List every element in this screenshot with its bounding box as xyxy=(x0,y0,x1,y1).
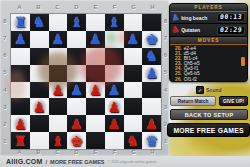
square-h2[interactable]: ♟ xyxy=(142,115,161,132)
blue-pawn-f4[interactable]: ♟ xyxy=(105,82,124,99)
square-c8[interactable] xyxy=(49,14,68,31)
square-e8[interactable] xyxy=(86,14,105,31)
square-d1[interactable]: ♚ xyxy=(67,132,86,149)
blue-pawn-d4[interactable]: ♟ xyxy=(67,82,86,99)
square-e7[interactable]: ♟ xyxy=(86,31,105,48)
chess-game-app: ♜♞♝♝♟♟♟♟♚♞♟♟♟♟♟♟♟♟♟♟♟♜♝♚♞♛ AABBCCDDEEFFG… xyxy=(0,0,250,167)
rank-right-7: 7 xyxy=(162,30,169,47)
square-c5[interactable] xyxy=(49,65,68,82)
square-b1[interactable] xyxy=(30,132,49,149)
rank-right-3: 3 xyxy=(162,99,169,116)
square-g7[interactable]: ♟ xyxy=(124,31,143,48)
rank-left-1: 1 xyxy=(0,133,10,150)
square-g3[interactable] xyxy=(124,98,143,115)
file-top-g: G xyxy=(124,3,143,12)
file-bottom-e: E xyxy=(86,149,105,156)
square-f4[interactable]: ♟ xyxy=(105,82,124,99)
file-top-b: B xyxy=(29,3,48,12)
file-bottom-b: B xyxy=(29,149,48,156)
more-free-games-button[interactable]: MORE FREE GAMES xyxy=(167,123,250,137)
red-pawn-f3[interactable]: ♟ xyxy=(105,98,124,115)
file-top-e: E xyxy=(86,3,105,12)
square-b8[interactable]: ♞ xyxy=(30,14,49,31)
square-a6[interactable] xyxy=(11,48,30,65)
square-g1[interactable]: ♞ xyxy=(124,132,143,149)
player-name-red: Qutaten xyxy=(181,27,215,33)
blue-bishop-f8[interactable]: ♝ xyxy=(105,14,124,31)
red-piece-icon: ♟ xyxy=(171,25,180,34)
file-bottom-g: G xyxy=(124,149,143,156)
square-h3[interactable] xyxy=(142,98,161,115)
square-b6[interactable] xyxy=(30,48,49,65)
square-a2[interactable]: ♟ xyxy=(11,115,30,132)
moves-header: MOVES xyxy=(170,37,247,45)
file-bottom-a: A xyxy=(10,149,29,156)
red-pawn-e4[interactable]: ♟ xyxy=(86,82,105,99)
square-g8[interactable] xyxy=(124,14,143,31)
square-f1[interactable] xyxy=(105,132,124,149)
players-header: PLAYERS xyxy=(170,4,247,12)
blue-rook-a8[interactable]: ♜ xyxy=(11,14,30,31)
square-d7[interactable] xyxy=(67,31,86,48)
square-c1[interactable]: ♝ xyxy=(49,132,68,149)
player-row-blue: ♟ king beach 00:13 xyxy=(170,12,247,24)
rank-right-8: 8 xyxy=(162,13,169,30)
square-d6[interactable] xyxy=(67,48,86,65)
moves-list[interactable]: 20.e2-e421.d5-d422.Bf1-c423.Qh5-e524.Qe3… xyxy=(170,45,247,82)
footer-separator: / xyxy=(45,159,47,165)
square-e4[interactable]: ♟ xyxy=(86,82,105,99)
red-knight-g1[interactable]: ♞ xyxy=(124,132,143,149)
square-g4[interactable] xyxy=(124,82,143,99)
rank-left-3: 3 xyxy=(0,99,10,116)
red-pawn-c4[interactable]: ♟ xyxy=(49,82,68,99)
square-f5[interactable] xyxy=(105,65,124,82)
file-bottom-h: H xyxy=(143,149,162,156)
site-logo[interactable]: AIIIG.COM xyxy=(6,158,42,165)
red-pawn-h2[interactable]: ♟ xyxy=(142,115,161,132)
square-b3[interactable]: ♟ xyxy=(30,98,49,115)
square-a3[interactable] xyxy=(11,98,30,115)
red-rook-a1[interactable]: ♜ xyxy=(11,132,30,149)
square-c4[interactable]: ♟ xyxy=(49,82,68,99)
footer-bar: AIIIG.COM / MORE FREE GAMES © 2011 aiiig… xyxy=(0,156,250,167)
clock-red: 02:29 xyxy=(216,26,245,35)
file-bottom-d: D xyxy=(67,149,86,156)
square-c7[interactable]: ♟ xyxy=(49,31,68,48)
square-g5[interactable] xyxy=(124,65,143,82)
footer-tagline[interactable]: MORE FREE GAMES xyxy=(50,159,104,165)
square-b7[interactable] xyxy=(30,31,49,48)
square-a7[interactable]: ♟ xyxy=(11,31,30,48)
square-f7[interactable] xyxy=(105,31,124,48)
square-c2[interactable] xyxy=(49,115,68,132)
square-h8[interactable] xyxy=(142,14,161,31)
file-top-a: A xyxy=(10,3,29,12)
back-to-setup-button[interactable]: BACK TO SETUP xyxy=(170,109,248,120)
return-match-button[interactable]: Return Match xyxy=(170,96,216,106)
file-bottom-c: C xyxy=(48,149,67,156)
player-name-blue: king beach xyxy=(181,15,215,21)
red-king-d1[interactable]: ♚ xyxy=(67,132,86,149)
side-panel: PLAYERS ♟ king beach 00:13 ♟ Qutaten 02:… xyxy=(169,3,248,82)
rank-right-6: 6 xyxy=(162,47,169,64)
sound-checkbox[interactable]: ✓ xyxy=(196,86,204,94)
red-pawn-d2[interactable]: ♟ xyxy=(67,115,86,132)
rank-left-6: 6 xyxy=(0,47,10,64)
square-h1[interactable]: ♛ xyxy=(142,132,161,149)
square-a1[interactable]: ♜ xyxy=(11,132,30,149)
square-f2[interactable]: ♟ xyxy=(105,115,124,132)
square-h5[interactable]: ♟ xyxy=(142,65,161,82)
square-b5[interactable] xyxy=(30,65,49,82)
red-pawn-a2[interactable]: ♟ xyxy=(11,115,30,132)
blue-pawn-g7[interactable]: ♟ xyxy=(124,31,143,48)
board-frame: ♜♞♝♝♟♟♟♟♚♞♟♟♟♟♟♟♟♟♟♟♟♜♝♚♞♛ AABBCCDDEEFFG… xyxy=(0,0,169,156)
file-top-c: C xyxy=(48,3,67,12)
square-e6[interactable] xyxy=(86,48,105,65)
square-d3[interactable] xyxy=(67,98,86,115)
file-bottom-f: F xyxy=(105,149,124,156)
file-top-d: D xyxy=(67,3,86,12)
square-e3[interactable] xyxy=(86,98,105,115)
square-e2[interactable] xyxy=(86,115,105,132)
rank-left-5: 5 xyxy=(0,64,10,81)
rank-right-4: 4 xyxy=(162,82,169,99)
clock-blue: 00:13 xyxy=(216,13,245,22)
file-top-h: H xyxy=(143,3,162,12)
chess-board[interactable]: ♜♞♝♝♟♟♟♟♚♞♟♟♟♟♟♟♟♟♟♟♟♜♝♚♞♛ xyxy=(10,13,162,150)
file-top-f: F xyxy=(105,3,124,12)
square-a5[interactable] xyxy=(11,65,30,82)
blue-king-h7[interactable]: ♚ xyxy=(142,31,161,48)
square-b4[interactable] xyxy=(30,82,49,99)
square-h7[interactable]: ♚ xyxy=(142,31,161,48)
square-c6[interactable] xyxy=(49,48,68,65)
blue-pawn-a7[interactable]: ♟ xyxy=(11,31,30,48)
blue-knight-h6[interactable]: ♞ xyxy=(142,48,161,65)
moves-scrollbar-handle[interactable] xyxy=(241,57,245,66)
square-g6[interactable] xyxy=(124,48,143,65)
square-d4[interactable]: ♟ xyxy=(67,82,86,99)
rank-left-4: 4 xyxy=(0,82,10,99)
square-e1[interactable] xyxy=(86,132,105,149)
square-d5[interactable] xyxy=(67,65,86,82)
red-pawn-b3[interactable]: ♟ xyxy=(30,98,49,115)
give-up-button[interactable]: GIVE UP! xyxy=(219,96,248,106)
sound-label: Sound xyxy=(206,87,222,93)
square-f8[interactable]: ♝ xyxy=(105,14,124,31)
blue-pawn-e7[interactable]: ♟ xyxy=(86,31,105,48)
sound-toggle-row: ✓ Sound xyxy=(196,86,222,94)
blue-pawn-c7[interactable]: ♟ xyxy=(49,31,68,48)
red-pawn-f2[interactable]: ♟ xyxy=(105,115,124,132)
square-f6[interactable] xyxy=(105,48,124,65)
square-b2[interactable] xyxy=(30,115,49,132)
square-h4[interactable] xyxy=(142,82,161,99)
rank-left-2: 2 xyxy=(0,116,10,133)
square-e5[interactable] xyxy=(86,65,105,82)
blue-knight-b8[interactable]: ♞ xyxy=(30,14,49,31)
square-d2[interactable]: ♟ xyxy=(67,115,86,132)
blue-bishop-d8[interactable]: ♝ xyxy=(67,14,86,31)
player-row-red: ♟ Qutaten 02:29 xyxy=(170,24,247,37)
square-a4[interactable] xyxy=(11,82,30,99)
blue-pawn-h5[interactable]: ♟ xyxy=(142,65,161,82)
blue-piece-icon: ♟ xyxy=(171,13,180,22)
red-bishop-c1[interactable]: ♝ xyxy=(49,132,68,149)
square-g2[interactable] xyxy=(124,115,143,132)
square-c3[interactable] xyxy=(49,98,68,115)
blue-queen-h1[interactable]: ♛ xyxy=(142,132,161,149)
rank-left-8: 8 xyxy=(0,13,10,30)
square-h6[interactable]: ♞ xyxy=(142,48,161,65)
square-d8[interactable]: ♝ xyxy=(67,14,86,31)
rank-right-5: 5 xyxy=(162,64,169,81)
rank-left-7: 7 xyxy=(0,30,10,47)
footer-copyright: © 2011 aiiig.com online games xyxy=(108,160,157,164)
square-a8[interactable]: ♜ xyxy=(11,14,30,31)
square-f3[interactable]: ♟ xyxy=(105,98,124,115)
